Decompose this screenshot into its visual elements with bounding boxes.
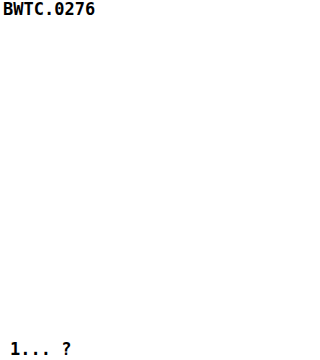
puzzle-id-title: BWTC.0276	[0, 0, 95, 18]
move-prompt: 1... ?	[0, 338, 71, 360]
puzzle-header: BWTC.0276	[0, 0, 320, 18]
puzzle-footer: 1... ?	[0, 338, 320, 360]
chess-board	[0, 18, 320, 338]
chess-puzzle-window: BWTC.0276 1... ?	[0, 0, 320, 360]
